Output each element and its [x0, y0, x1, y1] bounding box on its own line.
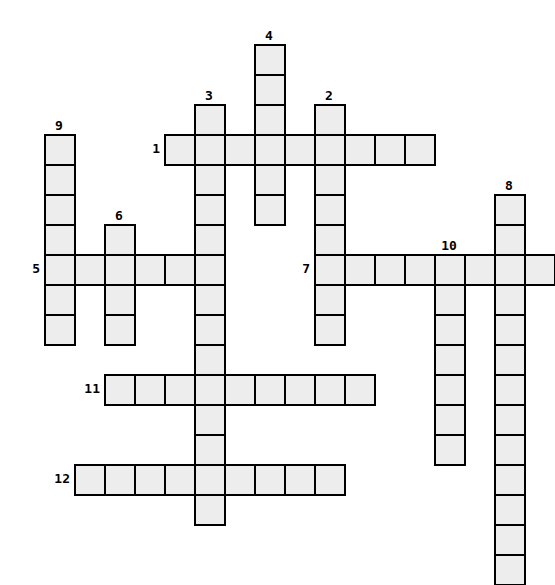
crossword-cell-r7c9[interactable] [314, 254, 346, 286]
crossword-cell-r3c8[interactable] [284, 134, 316, 166]
clue-number-5-across: 5 [2, 254, 40, 284]
crossword-cell-r7c4[interactable] [164, 254, 196, 286]
crossword-cell-r6c5[interactable] [194, 224, 226, 256]
crossword-cell-r9c13[interactable] [434, 314, 466, 346]
crossword-cell-r15c5[interactable] [194, 494, 226, 526]
crossword-cell-r3c12[interactable] [404, 134, 436, 166]
crossword-cell-r4c5[interactable] [194, 164, 226, 196]
crossword-cell-r5c7[interactable] [254, 194, 286, 226]
crossword-cell-r3c9[interactable] [314, 134, 346, 166]
clue-number-1-across: 1 [122, 134, 160, 164]
crossword-cell-r6c2[interactable] [104, 224, 136, 256]
crossword-cell-r14c4[interactable] [164, 464, 196, 496]
crossword-cell-r7c0[interactable] [44, 254, 76, 286]
crossword-cell-r7c16[interactable] [524, 254, 555, 286]
crossword-cell-r7c13[interactable] [434, 254, 466, 286]
crossword-cell-r5c15[interactable] [494, 194, 526, 226]
crossword-cell-r9c9[interactable] [314, 314, 346, 346]
clue-number-12-across: 12 [32, 464, 70, 494]
crossword-cell-r5c9[interactable] [314, 194, 346, 226]
crossword-cell-r6c15[interactable] [494, 224, 526, 256]
crossword-cell-r13c13[interactable] [434, 434, 466, 466]
crossword-cell-r8c5[interactable] [194, 284, 226, 316]
clue-number-6-down: 6 [99, 208, 139, 224]
crossword-cell-r7c11[interactable] [374, 254, 406, 286]
crossword-page: 123456789101112 [0, 0, 555, 585]
crossword-cell-r14c7[interactable] [254, 464, 286, 496]
crossword-cell-r12c15[interactable] [494, 404, 526, 436]
crossword-cell-r11c7[interactable] [254, 374, 286, 406]
crossword-cell-r5c0[interactable] [44, 194, 76, 226]
crossword-cell-r11c3[interactable] [134, 374, 166, 406]
crossword-cell-r10c15[interactable] [494, 344, 526, 376]
crossword-cell-r9c15[interactable] [494, 314, 526, 346]
crossword-cell-r0c7[interactable] [254, 44, 286, 76]
crossword-cell-r6c0[interactable] [44, 224, 76, 256]
crossword-cell-r14c6[interactable] [224, 464, 256, 496]
crossword-cell-r3c7[interactable] [254, 134, 286, 166]
crossword-cell-r14c15[interactable] [494, 464, 526, 496]
crossword-cell-r12c13[interactable] [434, 404, 466, 436]
clue-number-9-down: 9 [39, 118, 79, 134]
crossword-cell-r14c3[interactable] [134, 464, 166, 496]
crossword-cell-r8c9[interactable] [314, 284, 346, 316]
clue-number-11-across: 11 [62, 374, 100, 404]
clue-number-7-across: 7 [272, 254, 310, 284]
crossword-cell-r3c11[interactable] [374, 134, 406, 166]
crossword-cell-r7c3[interactable] [134, 254, 166, 286]
crossword-cell-r11c6[interactable] [224, 374, 256, 406]
crossword-cell-r14c8[interactable] [284, 464, 316, 496]
clue-number-8-down: 8 [489, 178, 529, 194]
crossword-cell-r7c15[interactable] [494, 254, 526, 286]
crossword-cell-r7c5[interactable] [194, 254, 226, 286]
crossword-cell-r14c1[interactable] [74, 464, 106, 496]
crossword-cell-r4c9[interactable] [314, 164, 346, 196]
crossword-cell-r11c15[interactable] [494, 374, 526, 406]
crossword-cell-r3c5[interactable] [194, 134, 226, 166]
crossword-cell-r11c10[interactable] [344, 374, 376, 406]
clue-number-4-down: 4 [249, 28, 289, 44]
crossword-cell-r4c7[interactable] [254, 164, 286, 196]
crossword-cell-r7c14[interactable] [464, 254, 496, 286]
crossword-cell-r11c9[interactable] [314, 374, 346, 406]
crossword-cell-r7c2[interactable] [104, 254, 136, 286]
crossword-cell-r9c0[interactable] [44, 314, 76, 346]
crossword-cell-r14c2[interactable] [104, 464, 136, 496]
crossword-cell-r13c15[interactable] [494, 434, 526, 466]
crossword-cell-r9c2[interactable] [104, 314, 136, 346]
crossword-cell-r7c1[interactable] [74, 254, 106, 286]
crossword-cell-r3c0[interactable] [44, 134, 76, 166]
clue-number-10-down: 10 [429, 238, 469, 254]
crossword-cell-r8c15[interactable] [494, 284, 526, 316]
crossword-cell-r17c15[interactable] [494, 554, 526, 585]
crossword-cell-r11c8[interactable] [284, 374, 316, 406]
crossword-cell-r14c5[interactable] [194, 464, 226, 496]
crossword-cell-r11c4[interactable] [164, 374, 196, 406]
clue-number-2-down: 2 [309, 88, 349, 104]
crossword-cell-r3c6[interactable] [224, 134, 256, 166]
crossword-cell-r11c2[interactable] [104, 374, 136, 406]
crossword-cell-r2c5[interactable] [194, 104, 226, 136]
crossword-cell-r2c9[interactable] [314, 104, 346, 136]
crossword-cell-r11c13[interactable] [434, 374, 466, 406]
crossword-cell-r3c4[interactable] [164, 134, 196, 166]
crossword-cell-r15c15[interactable] [494, 494, 526, 526]
crossword-cell-r8c2[interactable] [104, 284, 136, 316]
crossword-board: 123456789101112 [0, 0, 555, 585]
crossword-cell-r7c10[interactable] [344, 254, 376, 286]
crossword-cell-r7c12[interactable] [404, 254, 436, 286]
crossword-cell-r10c5[interactable] [194, 344, 226, 376]
crossword-cell-r3c10[interactable] [344, 134, 376, 166]
clue-number-3-down: 3 [189, 88, 229, 104]
crossword-cell-r14c9[interactable] [314, 464, 346, 496]
crossword-cell-r6c9[interactable] [314, 224, 346, 256]
crossword-cell-r2c7[interactable] [254, 104, 286, 136]
crossword-cell-r12c5[interactable] [194, 404, 226, 436]
crossword-cell-r10c13[interactable] [434, 344, 466, 376]
crossword-cell-r16c15[interactable] [494, 524, 526, 556]
crossword-cell-r1c7[interactable] [254, 74, 286, 106]
crossword-cell-r11c5[interactable] [194, 374, 226, 406]
crossword-cell-r8c0[interactable] [44, 284, 76, 316]
crossword-cell-r5c5[interactable] [194, 194, 226, 226]
crossword-cell-r4c0[interactable] [44, 164, 76, 196]
crossword-cell-r8c13[interactable] [434, 284, 466, 316]
crossword-cell-r9c5[interactable] [194, 314, 226, 346]
crossword-cell-r13c5[interactable] [194, 434, 226, 466]
